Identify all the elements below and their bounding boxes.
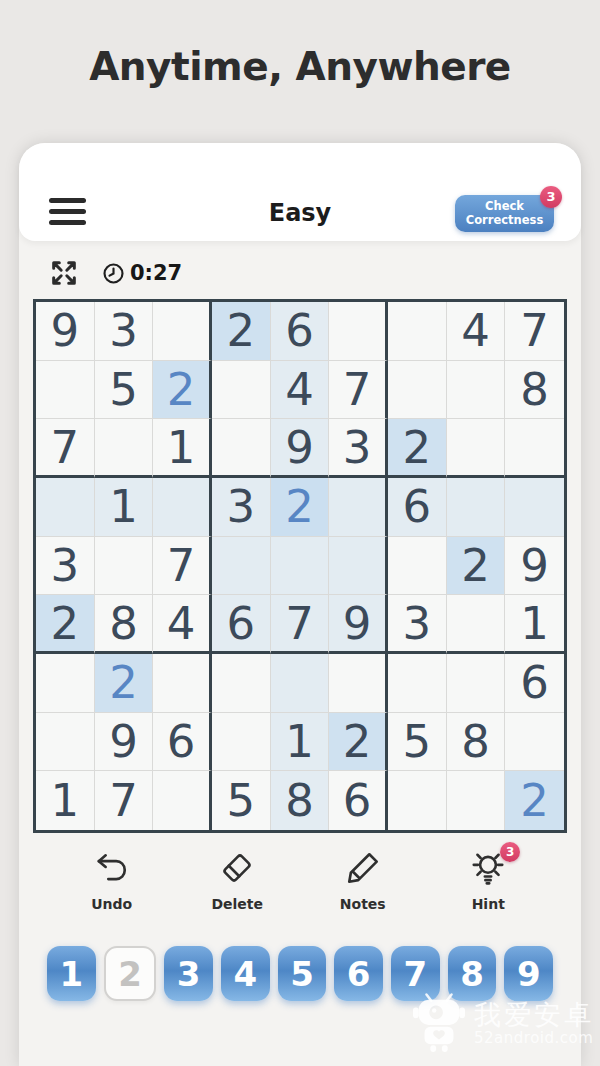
board-cell-r8c5[interactable]: 1 bbox=[271, 713, 330, 772]
board-cell-r7c4[interactable] bbox=[212, 654, 271, 713]
board-cell-r5c5[interactable] bbox=[271, 537, 330, 596]
status-bar: 0:27 bbox=[19, 241, 581, 291]
check-correctness-button[interactable]: Check Correctness 3 bbox=[455, 195, 554, 232]
board-cell-r1c6[interactable] bbox=[329, 302, 388, 361]
fullscreen-icon[interactable] bbox=[49, 258, 79, 288]
board-cell-r2c5[interactable]: 4 bbox=[271, 361, 330, 420]
board-cell-r2c4[interactable] bbox=[212, 361, 271, 420]
board-cell-r2c3[interactable]: 2 bbox=[153, 361, 212, 420]
board-cell-r5c2[interactable] bbox=[95, 537, 154, 596]
board-cell-r9c4[interactable]: 5 bbox=[212, 771, 271, 830]
board-cell-r1c5[interactable]: 6 bbox=[271, 302, 330, 361]
check-count-badge: 3 bbox=[540, 186, 562, 208]
numpad-key-3[interactable]: 3 bbox=[164, 946, 213, 1001]
board-cell-r2c8[interactable] bbox=[447, 361, 506, 420]
board-cell-r2c1[interactable] bbox=[36, 361, 95, 420]
board-cell-r9c3[interactable] bbox=[153, 771, 212, 830]
undo-button[interactable]: Undo bbox=[49, 849, 175, 912]
board-cell-r1c4[interactable]: 2 bbox=[212, 302, 271, 361]
board-cell-r5c4[interactable] bbox=[212, 537, 271, 596]
board-cell-r5c6[interactable] bbox=[329, 537, 388, 596]
numpad-key-4[interactable]: 4 bbox=[221, 946, 270, 1001]
board-cell-r8c4[interactable] bbox=[212, 713, 271, 772]
board-cell-r7c3[interactable] bbox=[153, 654, 212, 713]
check-button-line1: Check bbox=[485, 199, 524, 213]
board-cell-r9c2[interactable]: 7 bbox=[95, 771, 154, 830]
board-cell-r1c1[interactable]: 9 bbox=[36, 302, 95, 361]
board-cell-r6c4[interactable]: 6 bbox=[212, 595, 271, 654]
board-cell-r9c5[interactable]: 8 bbox=[271, 771, 330, 830]
board-cell-r3c2[interactable] bbox=[95, 419, 154, 478]
page-title: Anytime, Anywhere bbox=[0, 44, 600, 89]
board-cell-r2c6[interactable]: 7 bbox=[329, 361, 388, 420]
board-cell-r9c1[interactable]: 1 bbox=[36, 771, 95, 830]
board-cell-r4c6[interactable] bbox=[329, 478, 388, 537]
numpad-key-6[interactable]: 6 bbox=[334, 946, 383, 1001]
board-cell-r8c2[interactable]: 9 bbox=[95, 713, 154, 772]
pencil-icon bbox=[344, 849, 382, 887]
app-header: Easy Check Correctness 3 bbox=[19, 143, 581, 241]
board-cell-r4c4[interactable]: 3 bbox=[212, 478, 271, 537]
board-cell-r5c8[interactable]: 2 bbox=[447, 537, 506, 596]
board-cell-r6c6[interactable]: 9 bbox=[329, 595, 388, 654]
board-cell-r8c9[interactable] bbox=[505, 713, 564, 772]
clock-icon bbox=[102, 262, 125, 285]
board-cell-r4c3[interactable] bbox=[153, 478, 212, 537]
number-pad: 123456789 bbox=[19, 946, 581, 1001]
board-cell-r6c2[interactable]: 8 bbox=[95, 595, 154, 654]
board-cell-r5c3[interactable]: 7 bbox=[153, 537, 212, 596]
hint-label: Hint bbox=[472, 896, 505, 912]
undo-icon bbox=[93, 849, 131, 887]
notes-label: Notes bbox=[340, 896, 386, 912]
numpad-key-8[interactable]: 8 bbox=[448, 946, 497, 1001]
board-cell-r7c8[interactable] bbox=[447, 654, 506, 713]
board-cell-r3c5[interactable]: 9 bbox=[271, 419, 330, 478]
board-cell-r4c9[interactable] bbox=[505, 478, 564, 537]
board-cell-r8c3[interactable]: 6 bbox=[153, 713, 212, 772]
board-cell-r6c8[interactable] bbox=[447, 595, 506, 654]
board-cell-r5c9[interactable]: 9 bbox=[505, 537, 564, 596]
board-cell-r3c3[interactable]: 1 bbox=[153, 419, 212, 478]
board-cell-r6c7[interactable]: 3 bbox=[388, 595, 447, 654]
board-cell-r1c9[interactable]: 7 bbox=[505, 302, 564, 361]
board-cell-r4c7[interactable]: 6 bbox=[388, 478, 447, 537]
board-cell-r1c8[interactable]: 4 bbox=[447, 302, 506, 361]
toolbar: Undo Delete Notes bbox=[19, 849, 581, 912]
board-cell-r3c6[interactable]: 3 bbox=[329, 419, 388, 478]
board-cell-r4c2[interactable]: 1 bbox=[95, 478, 154, 537]
board-cell-r5c7[interactable] bbox=[388, 537, 447, 596]
board-cell-r6c9[interactable]: 1 bbox=[505, 595, 564, 654]
board-cell-r3c1[interactable]: 7 bbox=[36, 419, 95, 478]
board-cell-r9c6[interactable]: 6 bbox=[329, 771, 388, 830]
app-card: Easy Check Correctness 3 0:27 9326475247… bbox=[19, 143, 581, 1066]
board-cell-r6c3[interactable]: 4 bbox=[153, 595, 212, 654]
board-cell-r4c5[interactable]: 2 bbox=[271, 478, 330, 537]
timer-value: 0:27 bbox=[130, 261, 182, 285]
sudoku-board: 9326475247871932132637292846793126961258… bbox=[33, 299, 567, 833]
board-cell-r3c7[interactable]: 2 bbox=[388, 419, 447, 478]
delete-label: Delete bbox=[211, 896, 263, 912]
board-cell-r8c6[interactable]: 2 bbox=[329, 713, 388, 772]
eraser-icon bbox=[218, 849, 256, 887]
lightbulb-icon: 3 bbox=[469, 849, 507, 887]
board-cell-r2c9[interactable]: 8 bbox=[505, 361, 564, 420]
board-cell-r5c1[interactable]: 3 bbox=[36, 537, 95, 596]
delete-button[interactable]: Delete bbox=[175, 849, 301, 912]
board-cell-r9c7[interactable] bbox=[388, 771, 447, 830]
board-cell-r7c9[interactable]: 6 bbox=[505, 654, 564, 713]
board-cell-r8c7[interactable]: 5 bbox=[388, 713, 447, 772]
board-cell-r2c7[interactable] bbox=[388, 361, 447, 420]
numpad-key-2[interactable]: 2 bbox=[104, 946, 157, 1001]
board-cell-r4c8[interactable] bbox=[447, 478, 506, 537]
hint-button[interactable]: 3 Hint bbox=[426, 849, 552, 912]
board-cell-r1c7[interactable] bbox=[388, 302, 447, 361]
undo-label: Undo bbox=[91, 896, 132, 912]
board-cell-r1c3[interactable] bbox=[153, 302, 212, 361]
board-cell-r7c2[interactable]: 2 bbox=[95, 654, 154, 713]
board-cell-r7c1[interactable] bbox=[36, 654, 95, 713]
numpad-key-1[interactable]: 1 bbox=[47, 946, 96, 1001]
board-cell-r8c8[interactable]: 8 bbox=[447, 713, 506, 772]
notes-button[interactable]: Notes bbox=[300, 849, 426, 912]
numpad-key-7[interactable]: 7 bbox=[391, 946, 440, 1001]
board-cell-r2c2[interactable]: 5 bbox=[95, 361, 154, 420]
board-cell-r6c5[interactable]: 7 bbox=[271, 595, 330, 654]
check-button-line2: Correctness bbox=[466, 213, 543, 227]
board-cell-r9c8[interactable] bbox=[447, 771, 506, 830]
timer: 0:27 bbox=[102, 261, 182, 285]
board-cell-r3c4[interactable] bbox=[212, 419, 271, 478]
numpad-key-5[interactable]: 5 bbox=[278, 946, 327, 1001]
hint-count-badge: 3 bbox=[500, 842, 520, 862]
board-cell-r3c8[interactable] bbox=[447, 419, 506, 478]
board-cell-r4c1[interactable] bbox=[36, 478, 95, 537]
board-cell-r7c5[interactable] bbox=[271, 654, 330, 713]
board-cell-r9c9[interactable]: 2 bbox=[505, 771, 564, 830]
board-cell-r6c1[interactable]: 2 bbox=[36, 595, 95, 654]
board-cell-r3c9[interactable] bbox=[505, 419, 564, 478]
numpad-key-9[interactable]: 9 bbox=[504, 946, 553, 1001]
board-cell-r8c1[interactable] bbox=[36, 713, 95, 772]
board-cell-r7c6[interactable] bbox=[329, 654, 388, 713]
board-cell-r7c7[interactable] bbox=[388, 654, 447, 713]
board-cell-r1c2[interactable]: 3 bbox=[95, 302, 154, 361]
